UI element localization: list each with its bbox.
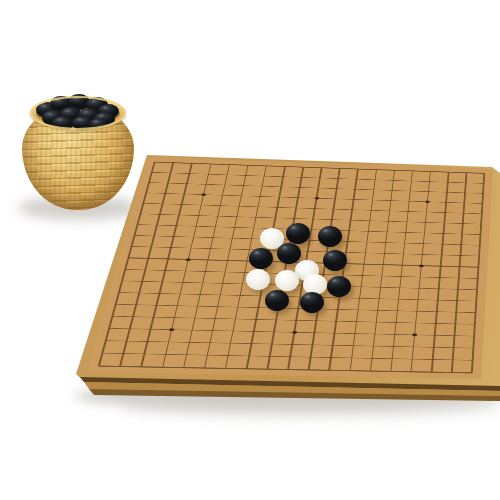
black-stone bbox=[265, 290, 289, 311]
grid-line-horizontal bbox=[122, 280, 477, 289]
grid-line-horizontal bbox=[112, 316, 475, 325]
white-stone bbox=[246, 269, 270, 290]
star-point bbox=[201, 193, 206, 196]
star-point bbox=[185, 258, 190, 261]
grid-line-horizontal bbox=[131, 246, 479, 256]
grid-line-horizontal bbox=[116, 304, 476, 313]
star-point bbox=[419, 264, 424, 267]
star-point bbox=[292, 331, 297, 334]
star-point bbox=[425, 200, 430, 203]
black-stone bbox=[277, 243, 301, 264]
black-stone bbox=[327, 276, 351, 297]
black-stone bbox=[300, 292, 324, 313]
star-point bbox=[412, 333, 417, 336]
star-point bbox=[169, 328, 175, 331]
grid-line-vertical bbox=[204, 165, 249, 368]
grid-line-horizontal bbox=[119, 292, 476, 301]
grid-line-horizontal bbox=[99, 366, 472, 374]
grid-line-horizontal bbox=[102, 353, 472, 361]
stone-bowl bbox=[20, 94, 136, 214]
black-stone bbox=[286, 223, 310, 244]
bowl-rim-highlight bbox=[30, 96, 126, 130]
go-board-product-photo bbox=[0, 0, 500, 500]
star-point bbox=[314, 197, 319, 200]
grid-line-horizontal bbox=[106, 340, 474, 348]
black-stone bbox=[323, 250, 347, 271]
black-stone bbox=[318, 226, 342, 247]
go-board bbox=[87, 157, 493, 379]
black-stone bbox=[249, 248, 273, 269]
white-stone bbox=[275, 270, 299, 291]
grid-line-vertical bbox=[183, 165, 230, 368]
